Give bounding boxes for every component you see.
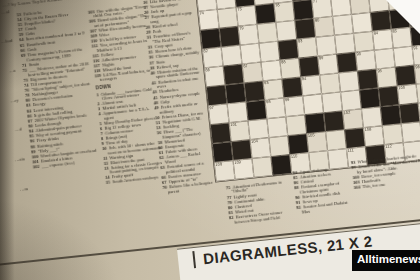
white-cell: 102 bbox=[342, 109, 363, 130]
black-cell bbox=[399, 103, 420, 124]
white-cell bbox=[393, 46, 414, 67]
black-cell bbox=[223, 64, 244, 85]
white-cell bbox=[374, 48, 395, 69]
cell-number: 88 bbox=[281, 60, 286, 65]
clue-number: 15 bbox=[105, 179, 111, 185]
black-cell bbox=[219, 26, 240, 47]
white-cell: 80 bbox=[314, 16, 335, 37]
cell-number: 112 bbox=[385, 144, 392, 149]
cell-number: 86 bbox=[205, 67, 210, 72]
white-cell: 94 bbox=[301, 75, 322, 96]
clue-number: 4 bbox=[98, 111, 102, 116]
clipped-text-fragment: …al bbox=[0, 9, 9, 19]
white-cell bbox=[257, 22, 278, 43]
white-cell: 79 bbox=[238, 24, 259, 45]
cell-number: 109 bbox=[234, 160, 241, 165]
clipped-text-fragment: …ain bbox=[0, 157, 25, 167]
black-cell bbox=[212, 142, 233, 163]
black-cell bbox=[299, 56, 320, 77]
clue-number: 40 bbox=[150, 70, 156, 76]
clue-number: 63 bbox=[160, 164, 166, 170]
black-cell bbox=[231, 140, 252, 161]
white-cell bbox=[267, 117, 288, 138]
cell-number: 111 bbox=[347, 148, 354, 153]
white-cell bbox=[303, 94, 324, 115]
clue-number: 69 bbox=[21, 52, 27, 58]
black-cell bbox=[378, 86, 399, 107]
clue-number: 31 bbox=[146, 34, 152, 40]
clue-number: 72 bbox=[22, 67, 28, 73]
white-cell bbox=[333, 14, 354, 35]
white-cell: 93 bbox=[263, 79, 284, 100]
cell-number: 89 bbox=[319, 56, 324, 61]
cell-number: 93 bbox=[264, 80, 269, 85]
cell-number: 106 bbox=[364, 127, 371, 132]
white-cell: 87 bbox=[242, 62, 263, 83]
white-cell bbox=[351, 12, 372, 33]
cell-number: 110 bbox=[291, 154, 298, 159]
clue-number: 75 bbox=[226, 184, 232, 190]
black-cell bbox=[255, 3, 276, 24]
white-cell: 83 bbox=[297, 37, 318, 58]
white-cell: 89 bbox=[318, 54, 339, 75]
black-cell bbox=[271, 155, 292, 176]
cell-number: 75 bbox=[237, 7, 242, 12]
black-cell bbox=[293, 0, 314, 20]
black-cell bbox=[408, 6, 420, 27]
white-cell bbox=[382, 124, 403, 145]
black-cell bbox=[200, 28, 221, 49]
clipped-text-fragment: …a bbox=[0, 68, 16, 78]
clipped-text-fragment: …d bbox=[0, 127, 22, 137]
cell-number: 97 bbox=[209, 105, 214, 110]
white-cell bbox=[240, 43, 261, 64]
black-cell bbox=[244, 81, 265, 102]
clue-number: 13 bbox=[104, 165, 110, 171]
white-cell: 95 bbox=[376, 67, 397, 88]
clue-number: 70 bbox=[162, 184, 168, 190]
clue-number: 82 bbox=[229, 215, 235, 221]
white-cell bbox=[340, 90, 361, 111]
black-cell bbox=[324, 111, 345, 132]
black-cell bbox=[380, 105, 401, 126]
white-cell: 108 bbox=[214, 161, 235, 182]
clue-number: 112 bbox=[91, 43, 99, 49]
white-cell bbox=[217, 7, 238, 28]
black-cell bbox=[305, 113, 326, 134]
white-cell: 76 bbox=[274, 1, 295, 22]
clue-number: 97 bbox=[351, 164, 357, 170]
white-cell: 88 bbox=[280, 58, 301, 79]
white-cell: 104 bbox=[250, 138, 271, 159]
white-cell bbox=[221, 45, 242, 66]
clue-number: 102 bbox=[32, 164, 40, 170]
clue-number: 42 bbox=[151, 79, 157, 85]
clue-column-down-4: 84 Agent of change85 Attention seekers86… bbox=[292, 164, 356, 215]
white-cell: 97 bbox=[208, 104, 229, 125]
clue-number: 88 bbox=[294, 185, 300, 191]
white-cell: 105 bbox=[307, 132, 328, 153]
cell-number: 98 bbox=[266, 99, 271, 104]
black-cell bbox=[282, 77, 303, 98]
cell-number: 105 bbox=[308, 133, 315, 138]
newspaper-page: …! by Laura Taylor Kinnel …al…bud…a…ry…d… bbox=[0, 0, 420, 280]
cell-number: 87 bbox=[243, 63, 248, 68]
cell-number: 90 bbox=[356, 52, 361, 57]
clue-number: 104 bbox=[353, 184, 361, 190]
white-cell: 101 bbox=[229, 121, 250, 142]
white-cell: 74 bbox=[198, 9, 219, 30]
black-cell bbox=[359, 88, 380, 109]
cell-number: 96 bbox=[415, 65, 420, 70]
white-cell bbox=[286, 115, 307, 136]
clue-number: 106 bbox=[88, 18, 96, 24]
white-cell: 96 bbox=[414, 63, 420, 84]
cell-number: 91 bbox=[413, 46, 418, 51]
white-cell: 99 bbox=[284, 96, 305, 117]
black-cell bbox=[246, 100, 267, 121]
clue-number: 1 bbox=[96, 91, 100, 96]
black-cell bbox=[344, 128, 365, 149]
black-cell bbox=[370, 10, 391, 31]
white-cell bbox=[261, 60, 282, 81]
cell-number: 108 bbox=[215, 162, 222, 167]
clue-number: 10 bbox=[102, 145, 108, 151]
black-cell bbox=[337, 52, 358, 73]
cell-number: 104 bbox=[251, 139, 258, 144]
cell-number: 99 bbox=[285, 97, 290, 102]
cell-number: 80 bbox=[315, 18, 320, 23]
white-cell: 106 bbox=[363, 126, 384, 147]
white-cell bbox=[316, 35, 337, 56]
black-cell bbox=[278, 39, 299, 60]
white-cell: 90 bbox=[355, 50, 376, 71]
white-cell: 84 bbox=[372, 29, 393, 50]
clipped-text-fragment: …bud bbox=[0, 39, 13, 49]
white-cell bbox=[276, 20, 297, 41]
white-cell bbox=[269, 136, 290, 157]
black-cell bbox=[410, 25, 420, 46]
white-cell bbox=[401, 122, 420, 143]
cell-number: 94 bbox=[302, 76, 307, 81]
white-cell bbox=[335, 33, 356, 54]
cell-number: 76 bbox=[275, 3, 280, 8]
clue-number: 56 bbox=[156, 130, 162, 136]
newspaper-photo: …! by Laura Taylor Kinnel …al…bud…a…ry…d… bbox=[0, 0, 420, 280]
clue-number: 27 bbox=[144, 14, 150, 20]
white-cell bbox=[248, 119, 269, 140]
white-cell bbox=[338, 71, 359, 92]
white-cell: 100 bbox=[397, 84, 418, 105]
clipped-text-fragment: …ry bbox=[0, 98, 19, 108]
white-cell bbox=[259, 41, 280, 62]
clue-number: 119 bbox=[94, 72, 102, 78]
white-cell bbox=[361, 107, 382, 128]
white-cell: 75 bbox=[236, 5, 257, 26]
cell-number: 82 bbox=[203, 49, 208, 54]
cell-number: 83 bbox=[298, 39, 303, 44]
white-cell: 91 bbox=[412, 44, 420, 65]
clue-number: 62 bbox=[159, 155, 165, 161]
black-cell bbox=[357, 69, 378, 90]
clue-number: 49 bbox=[154, 105, 160, 111]
cell-number: 77 bbox=[313, 0, 318, 4]
cell-number: 101 bbox=[230, 122, 237, 127]
white-cell bbox=[353, 31, 374, 52]
white-cell: 109 bbox=[233, 159, 254, 180]
white-cell bbox=[227, 102, 248, 123]
cell-number: 102 bbox=[343, 110, 350, 115]
cell-number: 95 bbox=[377, 68, 382, 73]
black-cell bbox=[206, 85, 227, 106]
black-cell bbox=[389, 8, 410, 29]
clue-column-down-3: 75 Attendant of Desdemona in "Othello"77… bbox=[226, 179, 294, 226]
white-cell: 85 bbox=[391, 27, 412, 48]
black-cell bbox=[210, 123, 231, 144]
white-cell bbox=[252, 157, 273, 178]
black-cell bbox=[225, 83, 246, 104]
white-cell bbox=[322, 92, 343, 113]
clue-number: 92 bbox=[296, 205, 302, 211]
white-cell bbox=[326, 130, 347, 151]
clue-number: 103 bbox=[87, 9, 95, 15]
cell-number: 74 bbox=[199, 11, 204, 16]
black-cell bbox=[295, 18, 316, 39]
white-cell: 86 bbox=[204, 66, 225, 87]
white-cell bbox=[320, 73, 341, 94]
cell-number: 85 bbox=[392, 29, 397, 34]
black-cell bbox=[288, 134, 309, 155]
white-cell: 98 bbox=[265, 98, 286, 119]
black-cell bbox=[395, 65, 416, 86]
watermark-badge: Alltimenews bbox=[352, 250, 420, 271]
white-cell: 82 bbox=[202, 47, 223, 68]
cell-number: 79 bbox=[239, 26, 244, 31]
clipped-text-fragment: …m bbox=[0, 186, 28, 196]
cell-number: 100 bbox=[398, 85, 405, 90]
cell-number: 84 bbox=[373, 31, 378, 36]
